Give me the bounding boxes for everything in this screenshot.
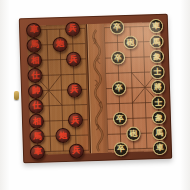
piece-red-soldier-1[interactable]: 兵 — [65, 21, 80, 36]
piece-black-elephant-b[interactable]: 象 — [152, 111, 166, 125]
piece-black-soldier-4[interactable]: 卒 — [113, 112, 127, 126]
piece-red-horse-a[interactable]: 馬 — [27, 37, 42, 52]
piece-black-advisor-a[interactable]: 士 — [151, 65, 165, 79]
piece-black-cannon-b[interactable]: 砲 — [126, 127, 140, 141]
hinge-clasp — [14, 91, 19, 100]
xiangqi-board: 車馬相仕帥仕相馬車炮炮兵兵兵兵兵車馬象士將士象馬車砲砲卒卒卒卒卒 — [19, 14, 172, 164]
piece-black-horse-a[interactable]: 馬 — [150, 34, 164, 48]
piece-black-soldier-3[interactable]: 卒 — [112, 81, 126, 95]
piece-red-advisor-b[interactable]: 仕 — [29, 98, 44, 113]
piece-red-soldier-2[interactable]: 兵 — [66, 51, 81, 66]
piece-black-elephant-a[interactable]: 象 — [150, 50, 164, 64]
piece-black-chariot-a[interactable]: 車 — [149, 19, 163, 33]
piece-red-chariot-a[interactable]: 車 — [26, 22, 41, 37]
piece-black-advisor-b[interactable]: 士 — [151, 95, 165, 109]
piece-red-cannon-b[interactable]: 炮 — [55, 128, 70, 143]
background-right-band — [181, 0, 190, 190]
piece-red-chariot-b[interactable]: 車 — [30, 144, 45, 159]
background-left-band — [0, 0, 9, 190]
piece-black-soldier-1[interactable]: 卒 — [110, 20, 124, 34]
piece-grid: 車馬相仕帥仕相馬車炮炮兵兵兵兵兵車馬象士將士象馬車砲砲卒卒卒卒卒 — [27, 18, 166, 159]
piece-black-soldier-5[interactable]: 卒 — [114, 142, 128, 156]
piece-black-chariot-b[interactable]: 車 — [153, 141, 167, 155]
piece-red-elephant-b[interactable]: 相 — [29, 114, 44, 129]
piece-black-cannon-a[interactable]: 砲 — [124, 35, 138, 49]
board-surface: 車馬相仕帥仕相馬車炮炮兵兵兵兵兵車馬象士將士象馬車砲砲卒卒卒卒卒 — [27, 22, 164, 155]
piece-black-general[interactable]: 將 — [151, 80, 165, 94]
piece-black-horse-b[interactable]: 馬 — [152, 126, 166, 140]
piece-red-cannon-a[interactable]: 炮 — [52, 37, 67, 52]
board-photo: 車馬相仕帥仕相馬車炮炮兵兵兵兵兵車馬象士將士象馬車砲砲卒卒卒卒卒 — [0, 0, 190, 190]
piece-red-soldier-5[interactable]: 兵 — [68, 143, 83, 158]
piece-red-elephant-a[interactable]: 相 — [27, 53, 42, 68]
piece-red-horse-b[interactable]: 馬 — [30, 129, 45, 144]
piece-red-advisor-a[interactable]: 仕 — [28, 68, 43, 83]
piece-red-soldier-3[interactable]: 兵 — [67, 82, 82, 97]
piece-red-soldier-4[interactable]: 兵 — [67, 112, 82, 127]
piece-red-general[interactable]: 帥 — [28, 83, 43, 98]
piece-black-soldier-2[interactable]: 卒 — [111, 51, 125, 65]
